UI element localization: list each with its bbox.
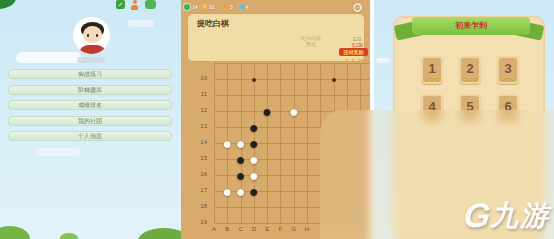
star-point-K10 [332,78,336,82]
white-stone-D16[interactable]: ● [246,168,261,183]
col-label-E: E [261,226,273,232]
row-label-13: 13 [191,123,207,129]
avatar-eye [87,34,89,37]
col-label-A: A [208,226,220,232]
person-icon-head [133,0,137,4]
app-screen: ✓ 实战练习阶梯题库成绩排名我的社团个人信息 14★61▲3◆4 ⚙ 提吃白棋 … [0,0,554,239]
white-stone-D15[interactable]: ● [246,152,261,167]
player-name-blurred [77,57,105,63]
col-label-H: H [301,226,313,232]
row-label-17: 17 [191,187,207,193]
col-label-D: D [248,226,260,232]
star-slot-icon [435,78,439,82]
profile-panel: ✓ 实战练习阶梯题库成绩排名我的社团个人信息 [0,0,181,239]
cloud [34,148,80,156]
row-label-11: 11 [191,91,207,97]
avatar-eye [96,34,98,37]
board-line-col-G [294,63,295,223]
row-label-15: 15 [191,155,207,161]
star-slot-icon [511,78,515,82]
row-label-14: 14 [191,139,207,145]
board-line-col-A [214,63,215,223]
menu-button[interactable]: 我的社团 [8,116,172,126]
watermark-logo: G [461,196,492,235]
menu-button[interactable]: 实战练习 [8,69,172,79]
cloud [16,52,82,63]
person-icon[interactable] [130,0,139,10]
cloud [128,20,154,27]
row-label-10: 10 [191,75,207,81]
check-badge-icon[interactable]: ✓ [116,0,125,9]
menu-buttons: 实战练习阶梯题库成绩排名我的社团个人信息 [8,69,172,147]
row-label-12: 12 [191,107,207,113]
white-stone-C14[interactable]: ● [233,136,248,151]
level-tile-1[interactable]: 1 [421,56,443,84]
star-point-D10 [252,78,256,82]
avatar-face [83,26,102,43]
star-slot-icon [473,78,477,82]
level-tile-3[interactable]: 3 [497,56,519,84]
board-line-col-E [267,63,268,223]
chapter-ribbon-title: 初来乍到 [412,17,530,35]
leaf-decoration [0,0,16,9]
watermark-text: 九游 [490,197,550,235]
black-stone-D13[interactable]: ● [246,120,261,135]
avatar-shirt [79,45,106,55]
person-icon-body [131,5,138,10]
black-stone-D17[interactable]: ● [246,184,261,199]
col-label-C: C [235,226,247,232]
row-label-16: 16 [191,171,207,177]
board-line-col-H [307,63,308,223]
watermark: G 九游 [464,196,550,235]
level-tile-2[interactable]: 2 [459,56,481,84]
star-slot-icon [506,78,510,82]
col-label-F: F [274,226,286,232]
star-slot-icon [430,78,434,82]
cloud [376,58,390,63]
black-stone-E12[interactable]: ● [260,104,275,119]
row-label-18: 18 [191,203,207,209]
white-stone-G12[interactable]: ● [286,104,301,119]
star-slots [461,78,479,82]
white-stone-C17[interactable]: ● [233,184,248,199]
star-slots [423,78,441,82]
bush-decoration [60,233,78,239]
black-stone-D14[interactable]: ● [246,136,261,151]
menu-button[interactable]: 阶梯题库 [8,85,172,95]
bush-decoration [0,226,30,239]
star-slot-icon [501,78,505,82]
star-slot-icon [468,78,472,82]
avatar[interactable] [72,16,111,55]
board-line-col-F [280,63,281,223]
star-slot-icon [463,78,467,82]
row-label-19: 19 [191,219,207,225]
star-slot-icon [425,78,429,82]
chat-bubble-icon[interactable] [145,0,156,9]
menu-button[interactable]: 个人信息 [8,131,172,141]
col-label-G: G [288,226,300,232]
star-slots [499,78,517,82]
menu-button[interactable]: 成绩排名 [8,100,172,110]
col-label-B: B [221,226,233,232]
